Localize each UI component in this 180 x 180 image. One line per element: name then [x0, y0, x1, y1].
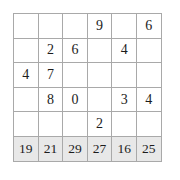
cell-r3c2: 7: [39, 63, 64, 88]
cell-r5c5: [112, 112, 137, 137]
cell-r4c5: 3: [112, 88, 137, 113]
sum-cell-c4: 27: [88, 137, 113, 162]
cell-r5c6: [137, 112, 162, 137]
cell-r1c1: [14, 14, 39, 39]
cell-r2c5: 4: [112, 39, 137, 64]
cell-r1c6: 6: [137, 14, 162, 39]
cell-r1c2: [39, 14, 64, 39]
cell-r2c4: [88, 39, 113, 64]
puzzle-board: 962644780342192129271625: [13, 13, 162, 162]
cell-r4c6: 4: [137, 88, 162, 113]
sum-cell-c1: 19: [14, 137, 39, 162]
cell-r3c4: [88, 63, 113, 88]
cell-r2c2: 2: [39, 39, 64, 64]
cell-r1c5: [112, 14, 137, 39]
cell-r2c6: [137, 39, 162, 64]
sum-cell-c2: 21: [39, 137, 64, 162]
cell-r4c3: 0: [63, 88, 88, 113]
cell-r4c4: [88, 88, 113, 113]
cell-r1c4: 9: [88, 14, 113, 39]
cell-r3c5: [112, 63, 137, 88]
sum-cell-c6: 25: [137, 137, 162, 162]
cell-r5c1: [14, 112, 39, 137]
sum-cell-c3: 29: [63, 137, 88, 162]
cell-r3c1: 4: [14, 63, 39, 88]
sum-cell-c5: 16: [112, 137, 137, 162]
cell-r3c3: [63, 63, 88, 88]
cell-r4c1: [14, 88, 39, 113]
cell-r2c1: [14, 39, 39, 64]
cell-r1c3: [63, 14, 88, 39]
cell-r5c3: [63, 112, 88, 137]
cell-r5c2: [39, 112, 64, 137]
cell-r2c3: 6: [63, 39, 88, 64]
cell-r4c2: 8: [39, 88, 64, 113]
cell-r5c4: 2: [88, 112, 113, 137]
cell-r3c6: [137, 63, 162, 88]
